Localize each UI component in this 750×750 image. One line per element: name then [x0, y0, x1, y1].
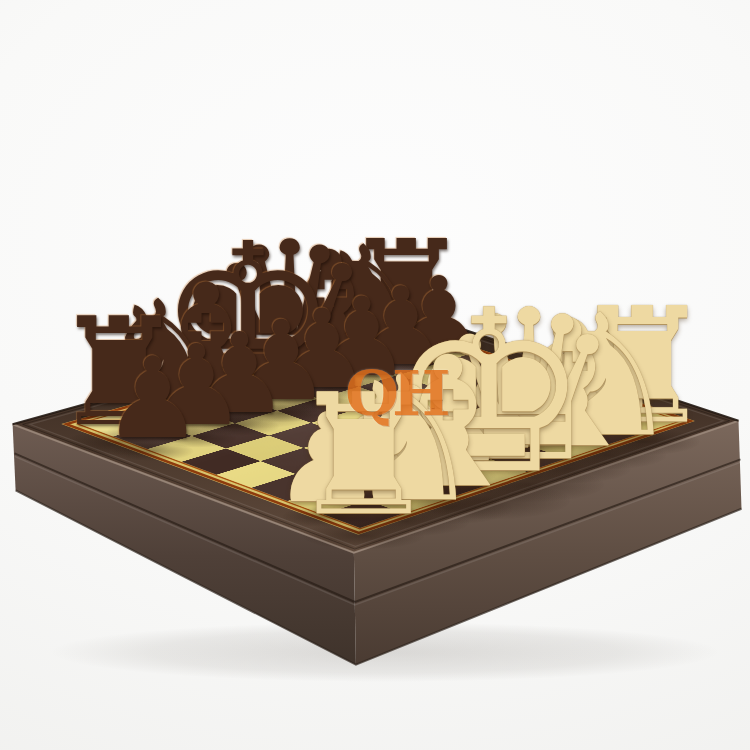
product-photo: ♜♞♝♛♚♝♞♜♟♟♟♟♟♟♟♟♟♟♟♟♟♟♟♟♜♞♝♛♚♝♞♜ QH — [0, 0, 750, 750]
watermark-logo: QH — [345, 357, 444, 430]
